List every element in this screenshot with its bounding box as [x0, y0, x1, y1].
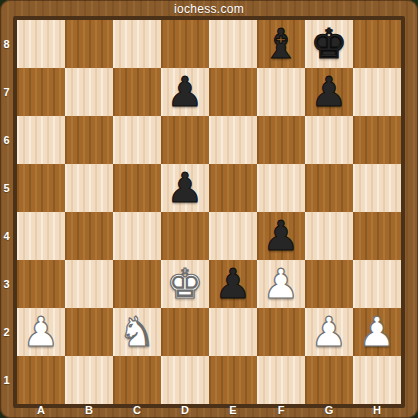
- file-label-a: A: [17, 404, 65, 417]
- square-f6[interactable]: [257, 116, 305, 164]
- square-c4[interactable]: [113, 212, 161, 260]
- square-c3[interactable]: [113, 260, 161, 308]
- square-a2[interactable]: ♟: [17, 308, 65, 356]
- square-a6[interactable]: [17, 116, 65, 164]
- square-a8[interactable]: [17, 20, 65, 68]
- square-f8[interactable]: ♝: [257, 20, 305, 68]
- rank-label-7: 7: [0, 68, 13, 116]
- square-c1[interactable]: [113, 356, 161, 404]
- square-a4[interactable]: [17, 212, 65, 260]
- square-f5[interactable]: [257, 164, 305, 212]
- piece-white-knight[interactable]: ♞: [119, 308, 156, 356]
- square-c8[interactable]: [113, 20, 161, 68]
- square-b6[interactable]: [65, 116, 113, 164]
- square-a3[interactable]: [17, 260, 65, 308]
- square-e1[interactable]: [209, 356, 257, 404]
- piece-black-king[interactable]: ♚: [311, 20, 348, 68]
- square-h6[interactable]: [353, 116, 401, 164]
- square-e4[interactable]: [209, 212, 257, 260]
- square-b2[interactable]: [65, 308, 113, 356]
- file-label-b: B: [65, 404, 113, 417]
- square-g5[interactable]: [305, 164, 353, 212]
- square-g7[interactable]: ♟: [305, 68, 353, 116]
- square-b7[interactable]: [65, 68, 113, 116]
- rank-label-1: 1: [0, 356, 13, 404]
- file-label-f: F: [257, 404, 305, 417]
- square-d5[interactable]: ♟: [161, 164, 209, 212]
- square-b5[interactable]: [65, 164, 113, 212]
- square-e2[interactable]: [209, 308, 257, 356]
- piece-white-pawn[interactable]: ♟: [23, 308, 60, 356]
- piece-black-pawn[interactable]: ♟: [263, 212, 300, 260]
- square-e8[interactable]: [209, 20, 257, 68]
- piece-black-pawn[interactable]: ♟: [167, 68, 204, 116]
- square-b4[interactable]: [65, 212, 113, 260]
- square-h4[interactable]: [353, 212, 401, 260]
- board-border: ♝♚♟♟♟♟♚♟♟♟♞♟♟: [13, 16, 405, 408]
- rank-label-5: 5: [0, 164, 13, 212]
- site-title: iochess.com: [0, 2, 418, 16]
- square-e7[interactable]: [209, 68, 257, 116]
- square-h8[interactable]: [353, 20, 401, 68]
- square-f1[interactable]: [257, 356, 305, 404]
- board-frame: iochess.com ♝♚♟♟♟♟♚♟♟♟♞♟♟ 87654321 ABCDE…: [0, 0, 418, 418]
- square-c7[interactable]: [113, 68, 161, 116]
- square-d2[interactable]: [161, 308, 209, 356]
- square-d6[interactable]: [161, 116, 209, 164]
- file-label-c: C: [113, 404, 161, 417]
- file-label-d: D: [161, 404, 209, 417]
- square-h1[interactable]: [353, 356, 401, 404]
- file-label-h: H: [353, 404, 401, 417]
- rank-label-3: 3: [0, 260, 13, 308]
- file-label-g: G: [305, 404, 353, 417]
- square-b8[interactable]: [65, 20, 113, 68]
- square-a1[interactable]: [17, 356, 65, 404]
- rank-label-4: 4: [0, 212, 13, 260]
- square-g3[interactable]: [305, 260, 353, 308]
- rank-label-8: 8: [0, 20, 13, 68]
- square-d3[interactable]: ♚: [161, 260, 209, 308]
- rank-label-2: 2: [0, 308, 13, 356]
- piece-white-pawn[interactable]: ♟: [311, 308, 348, 356]
- piece-white-pawn[interactable]: ♟: [359, 308, 396, 356]
- piece-black-pawn[interactable]: ♟: [311, 68, 348, 116]
- square-f3[interactable]: ♟: [257, 260, 305, 308]
- square-f2[interactable]: [257, 308, 305, 356]
- piece-white-pawn[interactable]: ♟: [263, 260, 300, 308]
- square-f7[interactable]: [257, 68, 305, 116]
- piece-black-pawn[interactable]: ♟: [167, 164, 204, 212]
- square-e6[interactable]: [209, 116, 257, 164]
- square-h5[interactable]: [353, 164, 401, 212]
- piece-black-pawn[interactable]: ♟: [215, 260, 252, 308]
- chess-board: ♝♚♟♟♟♟♚♟♟♟♞♟♟: [17, 20, 401, 404]
- square-h7[interactable]: [353, 68, 401, 116]
- square-c2[interactable]: ♞: [113, 308, 161, 356]
- square-f4[interactable]: ♟: [257, 212, 305, 260]
- square-e3[interactable]: ♟: [209, 260, 257, 308]
- square-d7[interactable]: ♟: [161, 68, 209, 116]
- piece-white-king[interactable]: ♚: [167, 260, 204, 308]
- square-a5[interactable]: [17, 164, 65, 212]
- square-g6[interactable]: [305, 116, 353, 164]
- square-g4[interactable]: [305, 212, 353, 260]
- square-g2[interactable]: ♟: [305, 308, 353, 356]
- square-h2[interactable]: ♟: [353, 308, 401, 356]
- square-h3[interactable]: [353, 260, 401, 308]
- square-c5[interactable]: [113, 164, 161, 212]
- square-e5[interactable]: [209, 164, 257, 212]
- square-g1[interactable]: [305, 356, 353, 404]
- square-d8[interactable]: [161, 20, 209, 68]
- square-c6[interactable]: [113, 116, 161, 164]
- square-d1[interactable]: [161, 356, 209, 404]
- square-g8[interactable]: ♚: [305, 20, 353, 68]
- square-d4[interactable]: [161, 212, 209, 260]
- square-b3[interactable]: [65, 260, 113, 308]
- piece-black-bishop[interactable]: ♝: [263, 20, 300, 68]
- square-a7[interactable]: [17, 68, 65, 116]
- rank-label-6: 6: [0, 116, 13, 164]
- square-b1[interactable]: [65, 356, 113, 404]
- file-label-e: E: [209, 404, 257, 417]
